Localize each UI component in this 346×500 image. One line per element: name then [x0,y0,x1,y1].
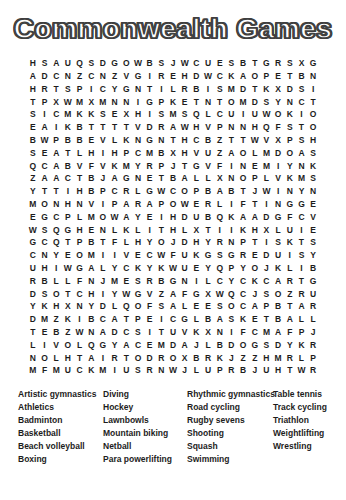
grid-cell: N [132,134,144,147]
grid-cell: B [62,134,74,147]
grid-cell: T [284,70,296,83]
grid-cell: A [237,211,249,224]
grid-cell: Y [132,159,144,172]
grid-cell: J [179,364,191,377]
grid-cell: I [97,198,109,211]
grid-cell: L [132,223,144,236]
grid-cell: B [202,313,214,326]
grid-cell: W [296,364,308,377]
grid-cell: L [62,275,74,288]
grid-cell: I [296,223,308,236]
grid-cell: U [261,364,273,377]
grid-cell: Z [27,172,39,185]
grid-cell: W [74,326,86,339]
grid-cell: H [85,287,97,300]
grid-cell: M [62,108,74,121]
grid-cell: G [144,95,156,108]
grid-cell: M [261,159,273,172]
word-list-item: Triathlon [273,414,340,427]
grid-cell: B [85,172,97,185]
grid-cell: I [144,70,156,83]
grid-cell: A [144,198,156,211]
grid-cell: S [214,83,226,96]
grid-cell: M [155,339,167,352]
grid-cell: Z [237,351,249,364]
grid-cell: R [155,121,167,134]
grid-cell: I [191,275,203,288]
grid-cell: D [249,95,261,108]
grid-cell: T [237,185,249,198]
grid-cell: L [179,300,191,313]
grid-cell: B [272,313,284,326]
grid-cell: P [214,121,226,134]
grid-cell: A [272,326,284,339]
grid-cell: K [191,249,203,262]
grid-cell: N [74,198,86,211]
grid-cell: J [167,236,179,249]
word-list-item: Hockey [103,401,187,414]
grid-cell: J [307,326,319,339]
grid-cell: I [144,223,156,236]
grid-cell: S [261,95,273,108]
grid-cell: W [62,262,74,275]
grid-cell: K [120,134,132,147]
grid-cell: D [167,339,179,352]
grid-cell: G [249,339,261,352]
grid-cell: Q [27,159,39,172]
grid-cell: H [132,236,144,249]
grid-cell: S [179,108,191,121]
grid-cell: J [97,172,109,185]
grid-cell: P [284,134,296,147]
grid-cell: O [237,172,249,185]
grid-cell: E [249,313,261,326]
grid-cell: C [97,83,109,96]
worksheet-page: Commonwealth Games HSAUQSDGOWBSJWCUESBTG… [0,0,346,500]
grid-cell: M [226,83,238,96]
grid-cell: A [284,313,296,326]
grid-cell: N [155,134,167,147]
grid-cell: P [261,300,273,313]
grid-cell: E [249,249,261,262]
grid-cell: Q [85,339,97,352]
grid-cell: O [226,95,238,108]
grid-cell: T [97,121,109,134]
grid-cell: A [272,275,284,288]
grid-cell: K [284,108,296,121]
grid-cell: J [249,185,261,198]
grid-cell: T [62,147,74,160]
grid-cell: Y [144,262,156,275]
grid-cell: N [74,300,86,313]
grid-cell: E [144,339,156,352]
grid-cell: R [296,287,308,300]
grid-cell: D [97,57,109,70]
grid-cell: T [179,159,191,172]
grid-cell: A [237,70,249,83]
grid-cell: N [296,159,308,172]
grid-cell: N [97,70,109,83]
grid-cell: O [272,287,284,300]
grid-cell: V [307,211,319,224]
grid-cell: Q [50,236,62,249]
grid-cell: I [155,211,167,224]
grid-cell: A [39,121,51,134]
grid-cell: D [179,236,191,249]
grid-cell: F [237,198,249,211]
grid-cell: E [144,211,156,224]
grid-cell: L [191,313,203,326]
grid-cell: N [237,159,249,172]
grid-cell: V [97,159,109,172]
grid-cell: U [202,364,214,377]
grid-cell: U [27,262,39,275]
grid-cell: A [167,300,179,313]
grid-cell: A [50,159,62,172]
grid-cell: T [155,172,167,185]
grid-cell: D [144,351,156,364]
grid-cell: C [27,249,39,262]
grid-cell: I [132,95,144,108]
grid-cell: I [226,326,238,339]
grid-cell: W [109,211,121,224]
grid-cell: T [296,275,308,288]
grid-cell: Y [272,95,284,108]
grid-cell: T [74,172,86,185]
grid-cell: B [155,275,167,288]
grid-cell: K [39,300,51,313]
grid-cell: T [39,185,51,198]
grid-cell: H [179,147,191,160]
grid-cell: L [214,198,226,211]
grid-cell: L [167,83,179,96]
grid-cell: Y [307,249,319,262]
grid-cell: C [296,211,308,224]
grid-cell: V [261,134,273,147]
grid-cell: B [144,57,156,70]
grid-cell: J [97,275,109,288]
grid-cell: I [39,108,51,121]
grid-cell: T [226,134,238,147]
grid-cell: A [50,147,62,160]
grid-cell: C [214,275,226,288]
grid-cell: K [214,351,226,364]
grid-cell: C [74,364,86,377]
grid-cell: R [109,351,121,364]
word-list-column-3: Rhythmic gymnasticsRoad cyclingRugby sev… [187,388,273,466]
grid-cell: T [249,83,261,96]
grid-cell: X [272,134,284,147]
grid-cell: I [261,198,273,211]
grid-cell: G [296,198,308,211]
grid-cell: K [284,236,296,249]
grid-cell: K [307,159,319,172]
grid-cell: P [237,236,249,249]
grid-cell: S [307,236,319,249]
word-list-item: Squash [187,440,273,453]
grid-cell: J [167,57,179,70]
grid-cell: B [191,351,203,364]
grid-cell: A [97,326,109,339]
grid-cell: X [202,287,214,300]
grid-cell: I [202,83,214,96]
grid-cell: O [155,236,167,249]
grid-cell: U [179,262,191,275]
grid-cell: L [202,108,214,121]
grid-cell: H [167,211,179,224]
grid-cell: S [296,83,308,96]
grid-cell: X [62,300,74,313]
grid-cell: R [214,236,226,249]
grid-cell: E [85,223,97,236]
grid-cell: G [109,57,121,70]
grid-cell: W [249,134,261,147]
grid-cell: K [237,313,249,326]
grid-cell: I [144,108,156,121]
grid-cell: C [191,57,203,70]
grid-cell: P [50,134,62,147]
grid-cell: R [272,57,284,70]
word-list: Artistic gymnasticsAthleticsBadmintonBas… [18,388,340,466]
grid-cell: S [85,57,97,70]
grid-cell: U [226,108,238,121]
grid-cell: B [202,185,214,198]
grid-cell: Q [120,300,132,313]
grid-cell: M [97,364,109,377]
grid-cell: E [179,95,191,108]
grid-cell: L [27,339,39,352]
grid-cell: L [191,172,203,185]
grid-cell: V [202,159,214,172]
grid-cell: R [307,364,319,377]
grid-cell: G [144,185,156,198]
grid-cell: S [132,275,144,288]
grid-cell: P [109,198,121,211]
grid-cell: F [179,287,191,300]
grid-cell: I [155,83,167,96]
grid-cell: N [214,326,226,339]
grid-cell: S [214,249,226,262]
grid-cell: I [272,159,284,172]
grid-cell: M [39,313,51,326]
grid-cell: Y [27,185,39,198]
grid-cell: E [62,249,74,262]
grid-cell: G [132,70,144,83]
grid-cell: T [120,121,132,134]
grid-cell: G [62,223,74,236]
grid-cell: N [85,326,97,339]
grid-cell: B [237,364,249,377]
grid-cell: P [74,236,86,249]
grid-cell: V [74,159,86,172]
grid-cell: G [74,262,86,275]
grid-cell: T [62,287,74,300]
word-list-item: Shooting [187,427,273,440]
grid-cell: P [214,364,226,377]
grid-cell: R [307,339,319,352]
grid-cell: T [50,83,62,96]
grid-cell: L [261,172,273,185]
grid-cell: L [307,313,319,326]
grid-cell: K [272,262,284,275]
grid-cell: O [167,351,179,364]
grid-cell: R [144,275,156,288]
word-list-item: Mountain biking [103,427,187,440]
grid-cell: B [74,134,86,147]
grid-cell: P [155,95,167,108]
grid-cell: N [62,70,74,83]
grid-cell: P [249,172,261,185]
grid-cell: V [202,121,214,134]
grid-cell: S [296,134,308,147]
grid-cell: Z [62,326,74,339]
grid-cell: T [155,326,167,339]
grid-cell: D [261,249,273,262]
grid-cell: K [191,326,203,339]
grid-cell: B [62,159,74,172]
word-list-item: Weightlifting [273,427,340,440]
grid-cell: O [120,57,132,70]
grid-cell: I [97,249,109,262]
grid-cell: A [249,211,261,224]
grid-cell: Y [27,300,39,313]
grid-cell: G [307,275,319,288]
grid-cell: R [27,275,39,288]
grid-cell: H [85,147,97,160]
grid-cell: W [132,57,144,70]
grid-cell: S [307,172,319,185]
grid-cell: C [167,313,179,326]
grid-cell: J [167,159,179,172]
grid-cell: O [307,108,319,121]
grid-cell: W [27,223,39,236]
grid-cell: S [132,364,144,377]
word-list-item: Netball [103,440,187,453]
grid-cell: D [272,339,284,352]
grid-cell: C [214,70,226,83]
grid-cell: V [85,198,97,211]
grid-cell: X [85,95,97,108]
word-list-item: Boxing [18,453,103,466]
grid-cell: E [307,223,319,236]
grid-cell: G [179,313,191,326]
grid-cell: M [74,95,86,108]
grid-cell: Y [85,300,97,313]
grid-cell: A [120,211,132,224]
grid-cell: C [50,70,62,83]
grid-cell: Y [109,83,121,96]
grid-cell: T [27,95,39,108]
grid-cell: O [226,300,238,313]
grid-cell: A [226,147,238,160]
grid-cell: L [109,300,121,313]
grid-cell: S [296,249,308,262]
word-list-item: Basketball [18,427,103,440]
grid-cell: C [144,249,156,262]
grid-cell: A [214,185,226,198]
grid-cell: M [27,364,39,377]
grid-cell: W [155,249,167,262]
grid-cell: T [144,83,156,96]
grid-cell: Z [109,70,121,83]
grid-cell: X [214,172,226,185]
grid-cell: O [39,198,51,211]
grid-cell: O [97,211,109,224]
grid-cell: S [155,300,167,313]
grid-cell: W [179,57,191,70]
grid-cell: P [226,262,238,275]
grid-cell: L [191,364,203,377]
grid-cell: M [167,108,179,121]
grid-cell: Y [202,236,214,249]
grid-cell: K [109,159,121,172]
grid-cell: B [214,339,226,352]
grid-cell: Z [74,70,86,83]
grid-cell: C [261,275,273,288]
grid-cell: I [226,223,238,236]
grid-cell: J [226,351,238,364]
grid-cell: S [97,108,109,121]
grid-cell: I [155,313,167,326]
grid-cell: P [296,326,308,339]
grid-cell: Y [202,262,214,275]
grid-cell: E [191,262,203,275]
grid-cell: O [39,351,51,364]
grid-cell: P [62,211,74,224]
grid-cell: E [272,70,284,83]
grid-cell: L [179,223,191,236]
grid-cell: N [97,223,109,236]
grid-cell: J [249,287,261,300]
grid-cell: C [74,287,86,300]
grid-cell: G [120,172,132,185]
grid-cell: W [39,134,51,147]
grid-cell: O [167,198,179,211]
grid-cell: P [39,95,51,108]
grid-cell: Z [50,313,62,326]
word-list-item: Road cycling [187,401,273,414]
grid-cell: L [202,275,214,288]
grid-cell: R [144,364,156,377]
grid-cell: F [39,364,51,377]
grid-cell: U [167,326,179,339]
grid-cell: T [284,364,296,377]
grid-cell: A [167,121,179,134]
grid-cell: N [132,172,144,185]
grid-cell: L [249,147,261,160]
grid-cell: H [27,83,39,96]
grid-cell: K [62,121,74,134]
grid-cell: S [214,300,226,313]
grid-cell: B [50,326,62,339]
grid-cell: N [307,185,319,198]
grid-cell: A [120,339,132,352]
grid-cell: C [109,185,121,198]
grid-cell: B [167,172,179,185]
grid-cell: D [191,70,203,83]
grid-cell: A [109,313,121,326]
grid-cell: B [85,185,97,198]
grid-cell: Z [214,134,226,147]
grid-cell: W [167,364,179,377]
grid-cell: C [39,159,51,172]
grid-cell: Y [109,287,121,300]
grid-cell: I [109,364,121,377]
grid-cell: E [307,198,319,211]
grid-cell: N [39,249,51,262]
grid-cell: B [272,300,284,313]
grid-cell: L [202,339,214,352]
